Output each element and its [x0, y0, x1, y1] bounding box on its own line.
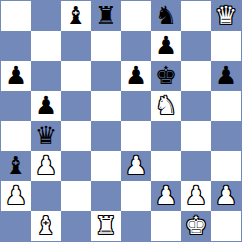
square-g4[interactable] — [181, 121, 211, 151]
square-a3[interactable]: ♝ — [1, 151, 31, 181]
black-bishop: ♝ — [5, 151, 27, 181]
square-d2[interactable] — [91, 181, 121, 211]
square-c4[interactable] — [61, 121, 91, 151]
square-e3[interactable]: ♟ — [121, 151, 151, 181]
white-pawn: ♟ — [155, 181, 177, 211]
square-d8[interactable]: ♜ — [91, 1, 121, 31]
square-g5[interactable] — [181, 91, 211, 121]
square-e4[interactable] — [121, 121, 151, 151]
square-f2[interactable]: ♟ — [151, 181, 181, 211]
square-e7[interactable] — [121, 31, 151, 61]
white-pawn: ♟ — [215, 181, 237, 211]
square-a6[interactable]: ♟ — [1, 61, 31, 91]
square-f1[interactable] — [151, 211, 181, 241]
square-b1[interactable]: ♝ — [31, 211, 61, 241]
black-pawn: ♟ — [215, 61, 237, 91]
square-b3[interactable]: ♟ — [31, 151, 61, 181]
white-pawn: ♟ — [185, 181, 207, 211]
square-c2[interactable] — [61, 181, 91, 211]
square-c5[interactable] — [61, 91, 91, 121]
square-a7[interactable] — [1, 31, 31, 61]
white-queen: ♛ — [215, 1, 237, 31]
black-king: ♚ — [155, 61, 177, 91]
black-pawn: ♟ — [125, 61, 147, 91]
square-h5[interactable] — [211, 91, 241, 121]
square-g8[interactable] — [181, 1, 211, 31]
white-bishop: ♝ — [35, 211, 57, 241]
square-b2[interactable] — [31, 181, 61, 211]
square-a1[interactable] — [1, 211, 31, 241]
square-f3[interactable] — [151, 151, 181, 181]
square-f6[interactable]: ♚ — [151, 61, 181, 91]
square-b6[interactable] — [31, 61, 61, 91]
square-c3[interactable] — [61, 151, 91, 181]
square-h1[interactable] — [211, 211, 241, 241]
black-knight: ♞ — [155, 1, 177, 31]
white-knight: ♞ — [155, 91, 177, 121]
square-f4[interactable] — [151, 121, 181, 151]
white-pawn: ♟ — [35, 151, 57, 181]
square-a8[interactable] — [1, 1, 31, 31]
square-g7[interactable] — [181, 31, 211, 61]
square-g2[interactable]: ♟ — [181, 181, 211, 211]
white-king: ♚ — [185, 211, 207, 241]
square-b7[interactable] — [31, 31, 61, 61]
square-g3[interactable] — [181, 151, 211, 181]
square-d4[interactable] — [91, 121, 121, 151]
square-b5[interactable]: ♟ — [31, 91, 61, 121]
square-d1[interactable]: ♜ — [91, 211, 121, 241]
square-h4[interactable] — [211, 121, 241, 151]
square-a5[interactable] — [1, 91, 31, 121]
black-pawn: ♟ — [35, 91, 57, 121]
square-a2[interactable]: ♟ — [1, 181, 31, 211]
square-e8[interactable] — [121, 1, 151, 31]
square-c7[interactable] — [61, 31, 91, 61]
square-e1[interactable] — [121, 211, 151, 241]
square-d5[interactable] — [91, 91, 121, 121]
square-f5[interactable]: ♞ — [151, 91, 181, 121]
square-e5[interactable] — [121, 91, 151, 121]
square-h2[interactable]: ♟ — [211, 181, 241, 211]
square-c6[interactable] — [61, 61, 91, 91]
black-pawn: ♟ — [5, 61, 27, 91]
square-e6[interactable]: ♟ — [121, 61, 151, 91]
black-bishop: ♝ — [65, 1, 87, 31]
square-h7[interactable] — [211, 31, 241, 61]
white-pawn: ♟ — [5, 181, 27, 211]
square-g1[interactable]: ♚ — [181, 211, 211, 241]
square-h8[interactable]: ♛ — [211, 1, 241, 31]
square-g6[interactable] — [181, 61, 211, 91]
square-a4[interactable] — [1, 121, 31, 151]
black-pawn: ♟ — [155, 31, 177, 61]
black-queen: ♛ — [35, 121, 57, 151]
square-c8[interactable]: ♝ — [61, 1, 91, 31]
chess-board: ♝♜♞♛♟♟♟♚♟♟♞♛♝♟♟♟♟♟♟♝♜♚ — [0, 0, 242, 242]
white-pawn: ♟ — [125, 151, 147, 181]
square-f8[interactable]: ♞ — [151, 1, 181, 31]
square-b8[interactable] — [31, 1, 61, 31]
square-f7[interactable]: ♟ — [151, 31, 181, 61]
white-rook: ♜ — [95, 211, 117, 241]
black-rook: ♜ — [95, 1, 117, 31]
square-h3[interactable] — [211, 151, 241, 181]
square-h6[interactable]: ♟ — [211, 61, 241, 91]
square-d3[interactable] — [91, 151, 121, 181]
square-d7[interactable] — [91, 31, 121, 61]
square-c1[interactable] — [61, 211, 91, 241]
square-b4[interactable]: ♛ — [31, 121, 61, 151]
square-d6[interactable] — [91, 61, 121, 91]
square-e2[interactable] — [121, 181, 151, 211]
